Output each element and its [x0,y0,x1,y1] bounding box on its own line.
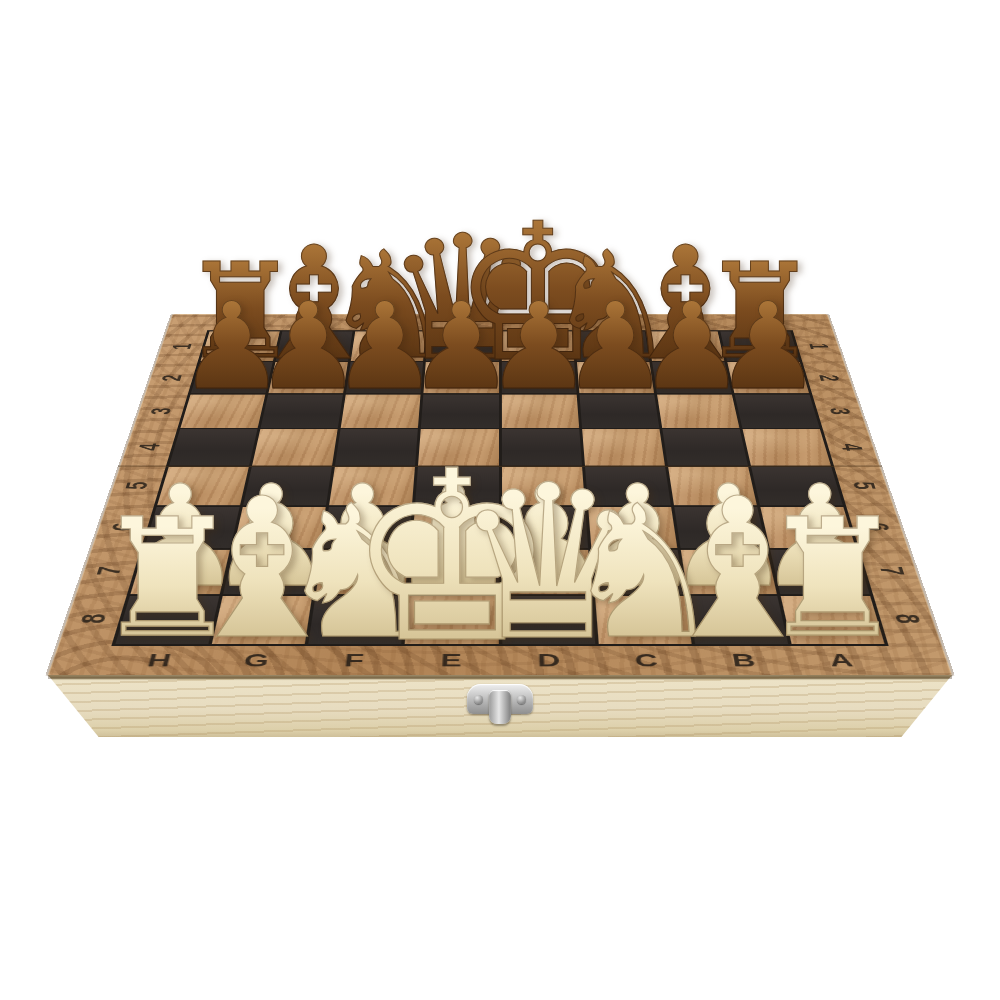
rank-label-right-8: 8 [886,614,927,624]
square-h4 [169,429,257,465]
clasp-knob [489,690,511,724]
square-d7 [502,550,592,595]
square-c5 [585,467,671,505]
rank-label-right-4: 4 [834,444,869,451]
square-d1 [501,331,574,360]
square-g5 [243,467,332,505]
rank-label-left-6: 6 [104,523,142,531]
square-e3 [421,395,498,429]
square-f3 [341,395,421,429]
square-a2 [727,362,809,393]
square-f5 [329,467,415,505]
square-h1 [201,331,280,360]
square-c2 [577,362,654,393]
square-h6 [144,507,240,548]
file-label-f: F [303,646,404,676]
file-label-c: C [596,646,697,676]
square-h8 [115,596,219,644]
square-a8 [781,596,885,644]
square-d6 [502,507,588,548]
square-d4 [501,429,581,465]
square-f2 [346,362,423,393]
file-label-b: B [693,646,796,676]
square-c1 [574,331,649,360]
square-g8 [212,596,312,644]
file-label-d: D [500,646,599,676]
square-g6 [234,507,326,548]
file-label-g: G [204,646,307,676]
square-g1 [276,331,353,360]
rank-label-right-1: 1 [803,343,834,349]
file-labels-front: HGFEDCBA [106,646,894,676]
square-d5 [502,467,585,505]
square-h3 [180,395,265,429]
rank-label-left-4: 4 [132,444,167,451]
square-g7 [223,550,319,595]
square-c4 [582,429,665,465]
square-f8 [309,596,406,644]
square-c6 [588,507,677,548]
square-e4 [418,429,498,465]
rank-label-right-5: 5 [845,482,881,490]
square-g2 [268,362,348,393]
square-f1 [351,331,426,360]
square-a6 [760,507,856,548]
box-front-edge-shadow [48,675,952,679]
square-d3 [501,395,578,429]
square-d8 [502,596,595,644]
clasp-screw-icon [517,695,526,704]
square-a5 [751,467,843,505]
square-b2 [652,362,732,393]
square-c3 [579,395,659,429]
square-e2 [424,362,499,393]
square-g3 [261,395,343,429]
clasp-screw-icon [474,695,483,704]
square-h7 [130,550,230,595]
square-h5 [157,467,249,505]
rank-label-right-7: 7 [872,566,911,575]
square-b8 [688,596,788,644]
rank-label-right-6: 6 [858,523,896,531]
square-a7 [770,550,870,595]
square-g4 [252,429,338,465]
square-b6 [674,507,766,548]
product-photo-scene: 12345678 12345678 HGFEDCBA ♜♝♞♛♚♞♝♜♟♟♟♟♟… [0,0,1000,1000]
square-d2 [501,362,576,393]
file-label-h: H [106,646,211,676]
rank-label-left-7: 7 [89,566,128,575]
square-f7 [316,550,409,595]
square-b3 [657,395,739,429]
square-a1 [720,331,799,360]
square-e7 [409,550,499,595]
rank-label-left-1: 1 [166,343,197,349]
rank-label-left-3: 3 [144,408,178,415]
square-f6 [323,507,412,548]
square-e8 [405,596,498,644]
board-box: 12345678 12345678 HGFEDCBA [48,314,953,675]
playing-surface [111,330,888,646]
square-e6 [412,507,498,548]
square-a3 [735,395,820,429]
rank-label-right-3: 3 [823,408,857,415]
file-label-e: E [401,646,500,676]
square-e5 [415,467,498,505]
square-e1 [426,331,499,360]
square-c8 [595,596,692,644]
square-c7 [591,550,684,595]
rank-label-left-2: 2 [155,375,187,381]
fold-seam [118,466,883,467]
square-b7 [681,550,777,595]
square-b5 [668,467,757,505]
file-label-a: A [789,646,894,676]
rank-label-right-2: 2 [812,375,844,381]
rank-label-left-8: 8 [73,614,114,624]
square-a4 [743,429,831,465]
square-h2 [191,362,273,393]
square-f4 [335,429,418,465]
square-b4 [662,429,748,465]
square-b1 [647,331,724,360]
rank-label-left-5: 5 [119,482,155,490]
